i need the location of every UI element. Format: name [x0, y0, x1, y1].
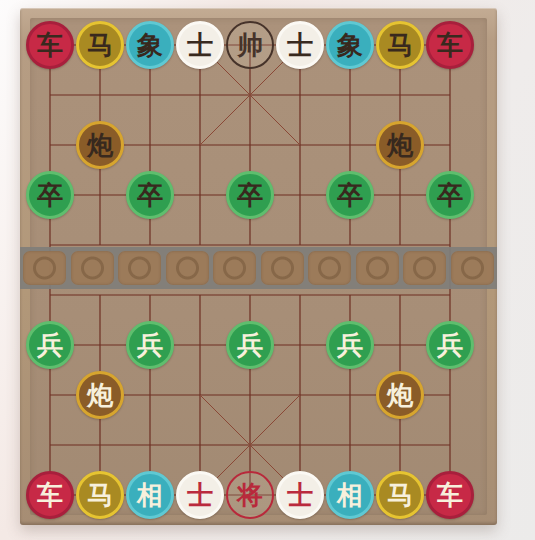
piece-bottom-horse[interactable]: 马 — [76, 471, 124, 519]
river-tile — [71, 251, 114, 285]
piece-bottom-horse[interactable]: 马 — [376, 471, 424, 519]
piece-bottom-elephant[interactable]: 相 — [126, 471, 174, 519]
piece-top-general[interactable]: 帅 — [226, 21, 274, 69]
piece-top-elephant[interactable]: 象 — [326, 21, 374, 69]
piece-bottom-soldier[interactable]: 兵 — [126, 321, 174, 369]
river-tile — [261, 251, 304, 285]
piece-top-horse[interactable]: 马 — [76, 21, 124, 69]
piece-bottom-elephant[interactable]: 相 — [326, 471, 374, 519]
xiangqi-board[interactable]: 车马象士帅士象马车炮炮卒卒卒卒卒兵兵兵兵兵炮炮车马相士将士相马车 — [20, 8, 497, 525]
river-tile — [403, 251, 446, 285]
piece-top-soldier[interactable]: 卒 — [326, 171, 374, 219]
piece-bottom-soldier[interactable]: 兵 — [226, 321, 274, 369]
piece-top-rook[interactable]: 车 — [426, 21, 474, 69]
river-tile — [213, 251, 256, 285]
piece-top-horse[interactable]: 马 — [376, 21, 424, 69]
river-tile — [118, 251, 161, 285]
piece-bottom-rook[interactable]: 车 — [26, 471, 74, 519]
piece-bottom-advisor[interactable]: 士 — [176, 471, 224, 519]
app-screen: 车马象士帅士象马车炮炮卒卒卒卒卒兵兵兵兵兵炮炮车马相士将士相马车 — [0, 0, 535, 540]
piece-bottom-soldier[interactable]: 兵 — [426, 321, 474, 369]
piece-top-soldier[interactable]: 卒 — [26, 171, 74, 219]
river-tile — [451, 251, 494, 285]
piece-top-advisor[interactable]: 士 — [276, 21, 324, 69]
piece-bottom-soldier[interactable]: 兵 — [326, 321, 374, 369]
piece-top-soldier[interactable]: 卒 — [426, 171, 474, 219]
piece-top-cannon[interactable]: 炮 — [376, 121, 424, 169]
river-tile — [23, 251, 66, 285]
piece-bottom-cannon[interactable]: 炮 — [376, 371, 424, 419]
piece-bottom-general[interactable]: 将 — [226, 471, 274, 519]
piece-top-cannon[interactable]: 炮 — [76, 121, 124, 169]
river-tile — [166, 251, 209, 285]
piece-top-advisor[interactable]: 士 — [176, 21, 224, 69]
river-tile — [308, 251, 351, 285]
piece-bottom-cannon[interactable]: 炮 — [76, 371, 124, 419]
river-band — [20, 247, 497, 289]
piece-bottom-soldier[interactable]: 兵 — [26, 321, 74, 369]
river-tile — [356, 251, 399, 285]
piece-top-soldier[interactable]: 卒 — [226, 171, 274, 219]
piece-top-soldier[interactable]: 卒 — [126, 171, 174, 219]
piece-bottom-advisor[interactable]: 士 — [276, 471, 324, 519]
piece-top-elephant[interactable]: 象 — [126, 21, 174, 69]
piece-bottom-rook[interactable]: 车 — [426, 471, 474, 519]
piece-top-rook[interactable]: 车 — [26, 21, 74, 69]
